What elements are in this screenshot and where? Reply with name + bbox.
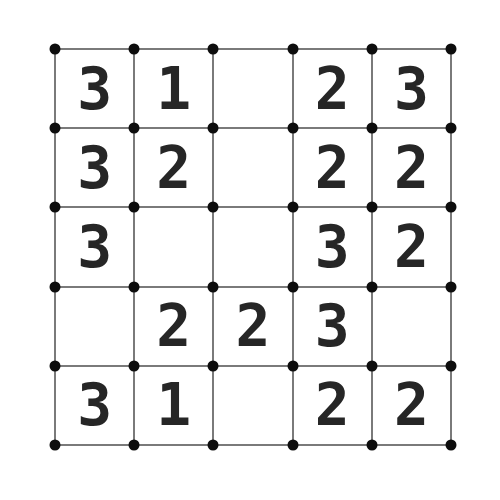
cell-r1c1[interactable]: 3 bbox=[56, 50, 133, 127]
cell-r5c5[interactable]: 2 bbox=[373, 367, 450, 444]
cell-r1c5[interactable]: 3 bbox=[373, 50, 450, 127]
cell-r1c2[interactable]: 1 bbox=[135, 50, 212, 127]
cell-r2c3[interactable] bbox=[214, 129, 291, 206]
cell-r3c5[interactable]: 2 bbox=[373, 208, 450, 285]
cell-r4c2[interactable]: 2 bbox=[135, 288, 212, 365]
cell-r4c4[interactable]: 3 bbox=[294, 288, 371, 365]
cell-r5c1[interactable]: 3 bbox=[56, 367, 133, 444]
cell-r1c3[interactable] bbox=[214, 50, 291, 127]
cell-r4c3[interactable]: 2 bbox=[214, 288, 291, 365]
puzzle-page: { "game": "slitherlink", "board": { "row… bbox=[0, 0, 500, 500]
cell-r5c4[interactable]: 2 bbox=[294, 367, 371, 444]
cell-r1c4[interactable]: 2 bbox=[294, 50, 371, 127]
cell-r4c5[interactable] bbox=[373, 288, 450, 365]
cell-r2c2[interactable]: 2 bbox=[135, 129, 212, 206]
cell-r3c3[interactable] bbox=[214, 208, 291, 285]
clue-grid: 312332223322233122 bbox=[54, 48, 452, 446]
cell-r5c3[interactable] bbox=[214, 367, 291, 444]
cell-r2c4[interactable]: 2 bbox=[294, 129, 371, 206]
cell-r5c2[interactable]: 1 bbox=[135, 367, 212, 444]
slitherlink-board: 312332223322233122 bbox=[54, 48, 452, 446]
cell-r3c4[interactable]: 3 bbox=[294, 208, 371, 285]
cell-r2c1[interactable]: 3 bbox=[56, 129, 133, 206]
cell-r4c1[interactable] bbox=[56, 288, 133, 365]
cell-r3c1[interactable]: 3 bbox=[56, 208, 133, 285]
cell-r2c5[interactable]: 2 bbox=[373, 129, 450, 206]
cell-r3c2[interactable] bbox=[135, 208, 212, 285]
